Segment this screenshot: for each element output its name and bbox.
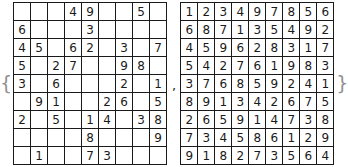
puzzle-cell-r9c5: 7 — [82, 147, 98, 164]
puzzle-grid: 495634562375279836219126525143889173 — [13, 2, 167, 165]
solution-cell-r2c2: 8 — [198, 21, 214, 38]
puzzle-cell-r2c1: 6 — [14, 21, 30, 38]
puzzle-cell-r5c9: 1 — [150, 75, 166, 92]
solution-cell-r4c2: 4 — [198, 57, 214, 74]
puzzle-cell-r3c8 — [133, 39, 149, 56]
solution-cell-r2c9: 2 — [317, 21, 333, 38]
solution-cell-r2c1: 6 — [181, 21, 197, 38]
solution-cell-r3c3: 9 — [215, 39, 231, 56]
solution-cell-r2c6: 5 — [266, 21, 282, 38]
puzzle-cell-r8c1 — [14, 129, 30, 146]
solution-cell-r7c1: 2 — [181, 111, 197, 128]
puzzle-cell-r8c3 — [48, 129, 64, 146]
solution-cell-r2c7: 4 — [283, 21, 299, 38]
solution-cell-r4c1: 5 — [181, 57, 197, 74]
solution-cell-r9c3: 8 — [215, 147, 231, 164]
solution-cell-r6c8: 7 — [300, 93, 316, 110]
puzzle-cell-r9c7 — [116, 147, 132, 164]
puzzle-cell-r4c1: 5 — [14, 57, 30, 74]
solution-cell-r9c7: 5 — [283, 147, 299, 164]
solution-cell-r7c8: 3 — [300, 111, 316, 128]
solution-cell-r9c1: 9 — [181, 147, 197, 164]
solution-cell-r3c4: 6 — [232, 39, 248, 56]
solution-cell-r5c5: 5 — [249, 75, 265, 92]
puzzle-cell-r2c2 — [31, 21, 47, 38]
puzzle-cell-r6c7: 6 — [116, 93, 132, 110]
puzzle-cell-r4c5 — [82, 57, 98, 74]
solution-cell-r5c8: 4 — [300, 75, 316, 92]
puzzle-cell-r2c8 — [133, 21, 149, 38]
solution-cell-r9c5: 7 — [249, 147, 265, 164]
solution-cell-r3c6: 8 — [266, 39, 282, 56]
puzzle-cell-r3c4: 6 — [65, 39, 81, 56]
solution-cell-r6c4: 3 — [232, 93, 248, 110]
puzzle-cell-r5c5 — [82, 75, 98, 92]
solution-cell-r5c6: 9 — [266, 75, 282, 92]
solution-cell-r1c2: 2 — [198, 3, 214, 20]
puzzle-cell-r3c5: 2 — [82, 39, 98, 56]
solution-cell-r5c9: 1 — [317, 75, 333, 92]
solution-cell-r8c3: 4 — [215, 129, 231, 146]
solution-cell-r4c5: 6 — [249, 57, 265, 74]
puzzle-cell-r2c4 — [65, 21, 81, 38]
puzzle-cell-r3c3 — [48, 39, 64, 56]
puzzle-cell-r6c5 — [82, 93, 98, 110]
solution-cell-r7c7: 7 — [283, 111, 299, 128]
puzzle-cell-r1c1 — [14, 3, 30, 20]
solution-grid: 1234978566871354924596283175427619833768… — [180, 2, 334, 165]
puzzle-cell-r7c7 — [116, 111, 132, 128]
close-brace: } — [336, 74, 348, 93]
solution-cell-r1c1: 1 — [181, 3, 197, 20]
puzzle-cell-r1c4: 4 — [65, 3, 81, 20]
solution-cell-r3c2: 5 — [198, 39, 214, 56]
puzzle-cell-r4c9 — [150, 57, 166, 74]
puzzle-cell-r1c5: 9 — [82, 3, 98, 20]
solution-cell-r4c8: 8 — [300, 57, 316, 74]
solution-cell-r6c7: 6 — [283, 93, 299, 110]
puzzle-cell-r4c2 — [31, 57, 47, 74]
puzzle-cell-r5c2 — [31, 75, 47, 92]
puzzle-cell-r4c7: 9 — [116, 57, 132, 74]
puzzle-cell-r6c8 — [133, 93, 149, 110]
solution-cell-r9c8: 6 — [300, 147, 316, 164]
puzzle-cell-r2c5: 3 — [82, 21, 98, 38]
solution-cell-r2c8: 9 — [300, 21, 316, 38]
list-output: { 495634562375279836219126525143889173 ,… — [0, 0, 348, 167]
puzzle-cell-r5c1: 3 — [14, 75, 30, 92]
solution-cell-r8c8: 2 — [300, 129, 316, 146]
solution-cell-r9c2: 1 — [198, 147, 214, 164]
solution-cell-r6c9: 5 — [317, 93, 333, 110]
puzzle-cell-r3c6 — [99, 39, 115, 56]
puzzle-cell-r9c1 — [14, 147, 30, 164]
puzzle-cell-r6c1 — [14, 93, 30, 110]
grid-separator-comma: , — [167, 78, 180, 93]
solution-cell-r7c9: 8 — [317, 111, 333, 128]
solution-cell-r4c6: 1 — [266, 57, 282, 74]
puzzle-cell-r2c9 — [150, 21, 166, 38]
solution-cell-r4c4: 7 — [232, 57, 248, 74]
puzzle-cell-r9c2: 1 — [31, 147, 47, 164]
puzzle-cell-r8c7 — [116, 129, 132, 146]
puzzle-cell-r7c9: 8 — [150, 111, 166, 128]
puzzle-cell-r8c9: 9 — [150, 129, 166, 146]
solution-cell-r9c6: 3 — [266, 147, 282, 164]
puzzle-cell-r3c9: 7 — [150, 39, 166, 56]
puzzle-cell-r1c7 — [116, 3, 132, 20]
puzzle-cell-r9c4 — [65, 147, 81, 164]
solution-cell-r8c6: 6 — [266, 129, 282, 146]
puzzle-cell-r9c3 — [48, 147, 64, 164]
solution-cell-r7c2: 6 — [198, 111, 214, 128]
puzzle-cell-r4c4: 7 — [65, 57, 81, 74]
puzzle-cell-r7c1: 2 — [14, 111, 30, 128]
solution-cell-r5c1: 3 — [181, 75, 197, 92]
puzzle-cell-r8c6 — [99, 129, 115, 146]
puzzle-cell-r8c8 — [133, 129, 149, 146]
puzzle-cell-r5c6 — [99, 75, 115, 92]
puzzle-cell-r3c7: 3 — [116, 39, 132, 56]
puzzle-cell-r7c4 — [65, 111, 81, 128]
puzzle-cell-r8c4 — [65, 129, 81, 146]
puzzle-cell-r7c2 — [31, 111, 47, 128]
solution-cell-r3c1: 4 — [181, 39, 197, 56]
solution-cell-r8c1: 7 — [181, 129, 197, 146]
puzzle-cell-r5c3: 6 — [48, 75, 64, 92]
solution-cell-r5c4: 8 — [232, 75, 248, 92]
solution-cell-r8c2: 3 — [198, 129, 214, 146]
solution-cell-r8c5: 8 — [249, 129, 265, 146]
puzzle-cell-r5c7: 2 — [116, 75, 132, 92]
solution-cell-r5c2: 7 — [198, 75, 214, 92]
solution-cell-r1c4: 4 — [232, 3, 248, 20]
puzzle-cell-r1c3 — [48, 3, 64, 20]
puzzle-cell-r9c6: 3 — [99, 147, 115, 164]
puzzle-cell-r1c6 — [99, 3, 115, 20]
puzzle-cell-r2c7 — [116, 21, 132, 38]
solution-cell-r1c5: 9 — [249, 3, 265, 20]
solution-cell-r5c3: 6 — [215, 75, 231, 92]
open-brace: { — [0, 74, 12, 93]
puzzle-cell-r4c8: 8 — [133, 57, 149, 74]
puzzle-cell-r8c5: 8 — [82, 129, 98, 146]
solution-cell-r2c4: 1 — [232, 21, 248, 38]
solution-cell-r4c3: 2 — [215, 57, 231, 74]
puzzle-cell-r3c1: 4 — [14, 39, 30, 56]
solution-cell-r6c3: 1 — [215, 93, 231, 110]
solution-cell-r4c9: 3 — [317, 57, 333, 74]
puzzle-cell-r2c3 — [48, 21, 64, 38]
solution-cell-r1c9: 6 — [317, 3, 333, 20]
solution-cell-r8c7: 1 — [283, 129, 299, 146]
solution-cell-r2c5: 3 — [249, 21, 265, 38]
solution-cell-r1c8: 5 — [300, 3, 316, 20]
puzzle-cell-r7c3: 5 — [48, 111, 64, 128]
puzzle-cell-r7c6: 4 — [99, 111, 115, 128]
solution-cell-r3c9: 7 — [317, 39, 333, 56]
puzzle-cell-r5c4 — [65, 75, 81, 92]
puzzle-cell-r6c3: 1 — [48, 93, 64, 110]
solution-cell-r6c6: 2 — [266, 93, 282, 110]
solution-cell-r1c3: 3 — [215, 3, 231, 20]
solution-cell-r1c7: 8 — [283, 3, 299, 20]
solution-cell-r7c3: 5 — [215, 111, 231, 128]
solution-cell-r4c7: 9 — [283, 57, 299, 74]
puzzle-cell-r6c6: 2 — [99, 93, 115, 110]
puzzle-cell-r6c9: 5 — [150, 93, 166, 110]
puzzle-cell-r9c9 — [150, 147, 166, 164]
solution-cell-r7c4: 9 — [232, 111, 248, 128]
solution-cell-r3c5: 2 — [249, 39, 265, 56]
puzzle-cell-r8c2 — [31, 129, 47, 146]
solution-cell-r5c7: 2 — [283, 75, 299, 92]
puzzle-cell-r2c6 — [99, 21, 115, 38]
solution-cell-r7c6: 4 — [266, 111, 282, 128]
solution-cell-r6c2: 9 — [198, 93, 214, 110]
solution-cell-r1c6: 7 — [266, 3, 282, 20]
puzzle-cell-r9c8 — [133, 147, 149, 164]
puzzle-cell-r5c8 — [133, 75, 149, 92]
puzzle-cell-r1c8: 5 — [133, 3, 149, 20]
solution-cell-r2c3: 7 — [215, 21, 231, 38]
solution-cell-r7c5: 1 — [249, 111, 265, 128]
solution-cell-r8c4: 5 — [232, 129, 248, 146]
puzzle-cell-r6c2: 9 — [31, 93, 47, 110]
solution-cell-r3c8: 1 — [300, 39, 316, 56]
puzzle-cell-r4c6 — [99, 57, 115, 74]
puzzle-cell-r6c4 — [65, 93, 81, 110]
puzzle-cell-r3c2: 5 — [31, 39, 47, 56]
solution-cell-r9c4: 2 — [232, 147, 248, 164]
solution-cell-r3c7: 3 — [283, 39, 299, 56]
solution-cell-r8c9: 9 — [317, 129, 333, 146]
puzzle-cell-r7c5: 1 — [82, 111, 98, 128]
solution-cell-r9c9: 4 — [317, 147, 333, 164]
puzzle-cell-r1c9 — [150, 3, 166, 20]
puzzle-cell-r1c2 — [31, 3, 47, 20]
solution-cell-r6c1: 8 — [181, 93, 197, 110]
puzzle-cell-r7c8: 3 — [133, 111, 149, 128]
puzzle-cell-r4c3: 2 — [48, 57, 64, 74]
solution-cell-r6c5: 4 — [249, 93, 265, 110]
